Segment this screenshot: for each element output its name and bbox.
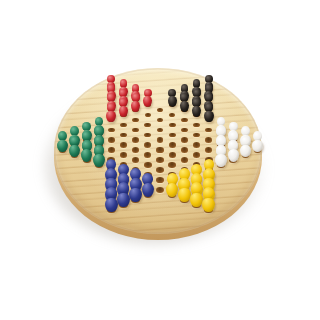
black-peg[interactable]: [192, 98, 201, 117]
board-hole[interactable]: [144, 123, 151, 128]
red-peg[interactable]: [143, 89, 152, 107]
board-hole[interactable]: [108, 147, 115, 152]
yellow-peg[interactable]: [166, 173, 178, 197]
board-hole[interactable]: [132, 137, 139, 142]
board-hole[interactable]: [156, 157, 163, 162]
green-peg[interactable]: [93, 145, 104, 167]
board-hole[interactable]: [193, 133, 200, 138]
board-hole[interactable]: [108, 128, 115, 133]
board-hole[interactable]: [132, 128, 139, 133]
board-hole[interactable]: [145, 113, 151, 118]
green-peg[interactable]: [57, 131, 68, 152]
board-hole[interactable]: [144, 152, 151, 157]
white-peg[interactable]: [215, 145, 226, 167]
board-hole[interactable]: [168, 162, 176, 167]
yellow-peg[interactable]: [202, 187, 215, 212]
board-hole[interactable]: [169, 152, 176, 157]
white-peg[interactable]: [228, 140, 239, 162]
board-hole[interactable]: [169, 133, 176, 138]
black-peg[interactable]: [168, 89, 177, 107]
board-hole[interactable]: [205, 137, 212, 142]
board-hole[interactable]: [157, 137, 164, 142]
blue-peg[interactable]: [117, 182, 129, 207]
board-hole[interactable]: [169, 123, 176, 128]
board-hole[interactable]: [120, 152, 127, 157]
product-photo-scene: [0, 0, 320, 320]
board-hole[interactable]: [156, 167, 164, 173]
board-hole[interactable]: [169, 113, 175, 118]
black-peg[interactable]: [180, 93, 189, 111]
red-peg[interactable]: [119, 98, 128, 117]
board-hole[interactable]: [181, 118, 188, 123]
board-hole[interactable]: [181, 147, 188, 152]
blue-peg[interactable]: [129, 178, 141, 203]
board-hole[interactable]: [205, 147, 212, 152]
blue-peg[interactable]: [142, 173, 154, 197]
peg-hole-lattice: [0, 0, 320, 320]
green-peg[interactable]: [69, 136, 80, 157]
board-hole[interactable]: [132, 147, 139, 152]
board-hole[interactable]: [108, 137, 115, 142]
board-hole[interactable]: [132, 118, 139, 123]
board-hole[interactable]: [193, 123, 200, 128]
red-peg[interactable]: [106, 103, 116, 122]
board-hole[interactable]: [120, 133, 127, 138]
board-hole[interactable]: [181, 157, 188, 162]
blue-peg[interactable]: [105, 187, 118, 212]
chinese-checkers-board: [54, 68, 262, 234]
board-hole[interactable]: [205, 128, 212, 133]
yellow-peg[interactable]: [178, 178, 190, 203]
board-hole[interactable]: [144, 162, 152, 167]
board-hole[interactable]: [181, 137, 188, 142]
board-hole[interactable]: [120, 123, 127, 128]
board-hole[interactable]: [157, 108, 163, 113]
board-hole[interactable]: [169, 142, 176, 147]
board-hole[interactable]: [120, 142, 127, 147]
board-hole[interactable]: [157, 128, 164, 133]
board-hole[interactable]: [157, 118, 164, 123]
yellow-peg[interactable]: [190, 182, 202, 207]
board-hole[interactable]: [156, 147, 163, 152]
board-hole[interactable]: [193, 152, 200, 157]
board-hole[interactable]: [156, 187, 164, 193]
red-peg[interactable]: [131, 93, 140, 111]
board-hole[interactable]: [144, 142, 151, 147]
board-hole[interactable]: [181, 128, 188, 133]
white-peg[interactable]: [252, 131, 263, 152]
board-hole[interactable]: [132, 157, 139, 162]
board-hole[interactable]: [193, 142, 200, 147]
board-hole[interactable]: [144, 133, 151, 138]
white-peg[interactable]: [240, 136, 251, 157]
green-peg[interactable]: [81, 140, 92, 162]
board-hole[interactable]: [156, 177, 164, 183]
black-peg[interactable]: [204, 103, 214, 122]
